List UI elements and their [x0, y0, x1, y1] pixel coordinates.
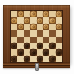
checker-piece-dark: [50, 56, 55, 61]
checker-piece-dark: [43, 50, 48, 55]
checker-piece-light: [31, 24, 36, 29]
checker-piece-light: [50, 18, 55, 23]
checker-piece-light: [24, 18, 29, 23]
checker-piece-dark: [37, 56, 42, 61]
metal-clasp-icon: [35, 63, 39, 71]
checker-piece-light: [11, 18, 16, 23]
checker-piece-light: [43, 11, 48, 16]
checkers-board: [10, 10, 63, 63]
checker-piece-light: [31, 11, 36, 16]
checker-piece-dark: [50, 43, 55, 48]
checker-piece-dark: [24, 43, 29, 48]
checker-piece-dark: [31, 50, 36, 55]
checker-piece-dark: [11, 43, 16, 48]
checker-piece-light: [37, 18, 42, 23]
checker-piece-light: [56, 24, 61, 29]
checker-piece-dark: [37, 43, 42, 48]
checker-piece-dark: [24, 56, 29, 61]
checker-piece-dark: [18, 50, 23, 55]
checker-piece-dark: [56, 50, 61, 55]
product-photo: [0, 0, 74, 74]
checker-piece-light: [18, 11, 23, 16]
checker-piece-light: [56, 11, 61, 16]
checker-piece-light: [18, 24, 23, 29]
checker-piece-light: [43, 24, 48, 29]
checker-piece-dark: [11, 56, 16, 61]
board-square: [56, 56, 62, 62]
